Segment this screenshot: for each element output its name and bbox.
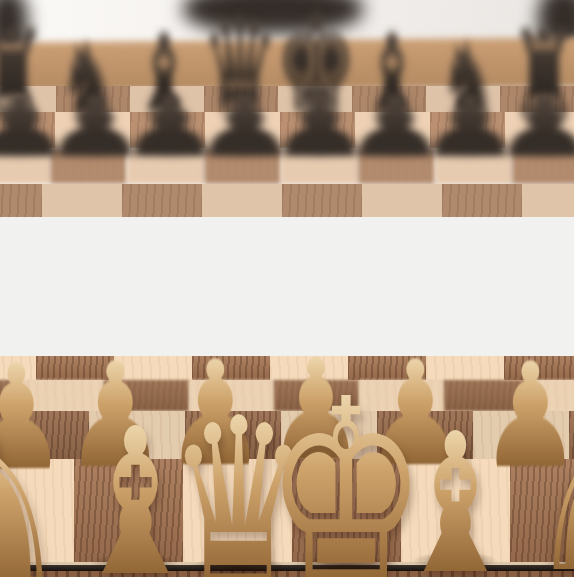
square-f5 [362, 184, 442, 217]
chess-photo-collage: ♜♞♝♛♚♝♞♜♟♟♟♟♟♟♟♟ ♟♟♟♟♟♟♞♝♛♚♝♞ [0, 0, 574, 577]
square-e5 [282, 184, 362, 217]
gray-divider-band [0, 217, 574, 356]
piece-black-pawn-h7: ♟ [486, 85, 574, 169]
square-g5 [442, 184, 522, 217]
white-side-photo-strip: ♟♟♟♟♟♟♞♝♛♚♝♞ [0, 356, 574, 577]
square-b5 [42, 184, 122, 217]
square-d5 [202, 184, 282, 217]
piece-white-bishop-f1: ♝ [387, 408, 522, 577]
square-h5 [522, 184, 574, 217]
piece-white-knight-g1: ♞ [518, 396, 574, 577]
square-c5 [122, 184, 202, 217]
square-a5 [0, 184, 42, 217]
black-side-photo-strip: ♜♞♝♛♚♝♞♜♟♟♟♟♟♟♟♟ [0, 0, 574, 217]
